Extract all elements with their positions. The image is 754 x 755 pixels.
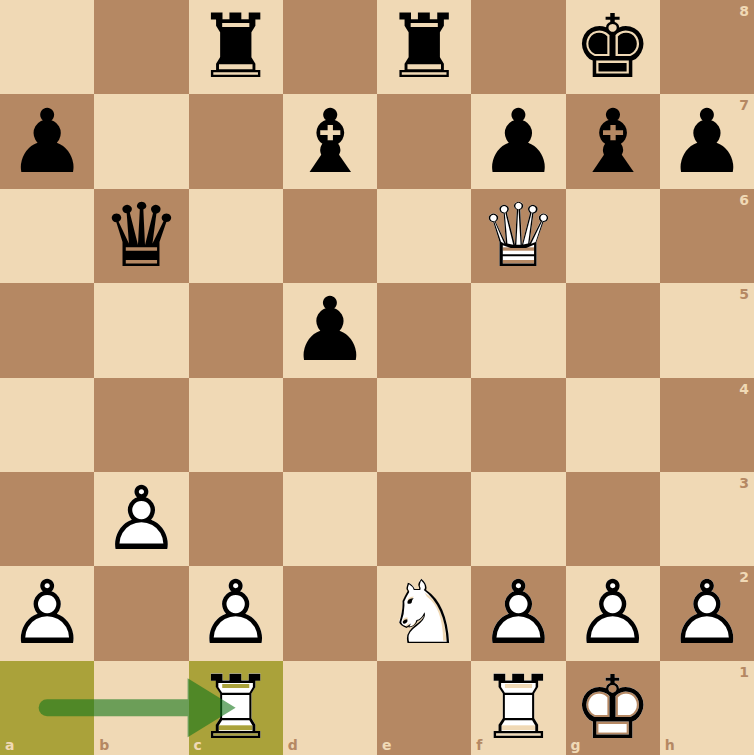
pawn-glyph-outline: ♙ xyxy=(479,569,558,657)
pawn-glyph-outline: ♙ xyxy=(8,569,87,657)
pawn-glyph-outline: ♙ xyxy=(102,475,181,563)
square-g3[interactable] xyxy=(566,472,660,566)
square-f8[interactable] xyxy=(471,0,565,94)
square-d5[interactable]: ♟ xyxy=(283,283,377,377)
piece-white-pawn-g2[interactable]: ♟♙ xyxy=(566,566,660,660)
square-e7[interactable] xyxy=(377,94,471,188)
rank-label-4: 4 xyxy=(739,382,749,396)
square-f4[interactable] xyxy=(471,378,565,472)
piece-white-knight-e2[interactable]: ♞♘ xyxy=(377,566,471,660)
piece-black-king-g8[interactable]: ♚ xyxy=(566,0,660,94)
square-h3[interactable]: 3 xyxy=(660,472,754,566)
piece-black-pawn-f7[interactable]: ♟ xyxy=(471,94,565,188)
file-label-a: a xyxy=(5,738,14,752)
square-a6[interactable] xyxy=(0,189,94,283)
piece-white-queen-f6[interactable]: ♛♕ xyxy=(471,189,565,283)
rank-label-8: 8 xyxy=(739,4,749,18)
square-f7[interactable]: ♟ xyxy=(471,94,565,188)
square-h8[interactable]: 8 xyxy=(660,0,754,94)
square-g1[interactable]: g♚♔ xyxy=(566,661,660,755)
square-g4[interactable] xyxy=(566,378,660,472)
file-label-d: d xyxy=(288,738,298,752)
file-label-g: g xyxy=(571,738,581,752)
rook-glyph-outline: ♖ xyxy=(196,664,275,752)
pawn-glyph-outline: ♙ xyxy=(196,569,275,657)
chess-app: ♜♜♚8♟♝♟♝7♟♛♛♕6♟54♟♙3♟♙♟♙♞♘♟♙♟♙2♟♙abc♜♖de… xyxy=(0,0,754,755)
file-label-e: e xyxy=(382,738,392,752)
square-c1[interactable]: c♜♖ xyxy=(189,661,283,755)
square-b2[interactable] xyxy=(94,566,188,660)
rank-label-6: 6 xyxy=(739,193,749,207)
square-e5[interactable] xyxy=(377,283,471,377)
square-f2[interactable]: ♟♙ xyxy=(471,566,565,660)
square-d1[interactable]: d xyxy=(283,661,377,755)
square-d2[interactable] xyxy=(283,566,377,660)
square-g7[interactable]: ♝ xyxy=(566,94,660,188)
square-e2[interactable]: ♞♘ xyxy=(377,566,471,660)
square-d7[interactable]: ♝ xyxy=(283,94,377,188)
square-a2[interactable]: ♟♙ xyxy=(0,566,94,660)
file-label-h: h xyxy=(665,738,675,752)
square-f3[interactable] xyxy=(471,472,565,566)
square-h2[interactable]: 2♟♙ xyxy=(660,566,754,660)
square-h7[interactable]: 7♟ xyxy=(660,94,754,188)
square-c4[interactable] xyxy=(189,378,283,472)
piece-black-queen-b6[interactable]: ♛ xyxy=(94,189,188,283)
queen-glyph-outline: ♕ xyxy=(479,192,558,280)
chess-board: ♜♜♚8♟♝♟♝7♟♛♛♕6♟54♟♙3♟♙♟♙♞♘♟♙♟♙2♟♙abc♜♖de… xyxy=(0,0,754,755)
pawn-glyph: ♟ xyxy=(8,98,87,186)
square-c5[interactable] xyxy=(189,283,283,377)
king-glyph: ♚ xyxy=(573,3,652,91)
piece-black-pawn-a7[interactable]: ♟ xyxy=(0,94,94,188)
square-f6[interactable]: ♛♕ xyxy=(471,189,565,283)
pawn-glyph-outline: ♙ xyxy=(573,569,652,657)
piece-white-pawn-a2[interactable]: ♟♙ xyxy=(0,566,94,660)
square-b5[interactable] xyxy=(94,283,188,377)
pawn-glyph: ♟ xyxy=(479,98,558,186)
square-h5[interactable]: 5 xyxy=(660,283,754,377)
piece-black-rook-c8[interactable]: ♜ xyxy=(189,0,283,94)
square-b8[interactable] xyxy=(94,0,188,94)
pawn-glyph: ♟ xyxy=(667,98,746,186)
square-b1[interactable]: b xyxy=(94,661,188,755)
square-a7[interactable]: ♟ xyxy=(0,94,94,188)
square-c2[interactable]: ♟♙ xyxy=(189,566,283,660)
pawn-glyph: ♟ xyxy=(290,286,369,374)
square-g6[interactable] xyxy=(566,189,660,283)
square-b3[interactable]: ♟♙ xyxy=(94,472,188,566)
piece-white-pawn-f2[interactable]: ♟♙ xyxy=(471,566,565,660)
square-d3[interactable] xyxy=(283,472,377,566)
piece-white-rook-f1[interactable]: ♜♖ xyxy=(471,661,565,755)
square-f5[interactable] xyxy=(471,283,565,377)
bishop-glyph: ♝ xyxy=(290,98,369,186)
square-c3[interactable] xyxy=(189,472,283,566)
pawn-glyph-outline: ♙ xyxy=(667,569,746,657)
square-d4[interactable] xyxy=(283,378,377,472)
file-label-f: f xyxy=(476,738,482,752)
rook-glyph: ♜ xyxy=(385,3,464,91)
piece-white-rook-c1[interactable]: ♜♖ xyxy=(189,661,283,755)
square-g2[interactable]: ♟♙ xyxy=(566,566,660,660)
square-d6[interactable] xyxy=(283,189,377,283)
square-b4[interactable] xyxy=(94,378,188,472)
rank-label-7: 7 xyxy=(739,98,749,112)
square-c7[interactable] xyxy=(189,94,283,188)
piece-black-rook-e8[interactable]: ♜ xyxy=(377,0,471,94)
square-a8[interactable] xyxy=(0,0,94,94)
rank-label-3: 3 xyxy=(739,476,749,490)
square-g8[interactable]: ♚ xyxy=(566,0,660,94)
piece-black-bishop-g7[interactable]: ♝ xyxy=(566,94,660,188)
square-a5[interactable] xyxy=(0,283,94,377)
square-f1[interactable]: f♜♖ xyxy=(471,661,565,755)
square-a4[interactable] xyxy=(0,378,94,472)
file-label-b: b xyxy=(99,738,109,752)
queen-glyph: ♛ xyxy=(102,192,181,280)
bishop-glyph: ♝ xyxy=(573,98,652,186)
square-e6[interactable] xyxy=(377,189,471,283)
square-c6[interactable] xyxy=(189,189,283,283)
rook-glyph-outline: ♖ xyxy=(479,664,558,752)
square-d8[interactable] xyxy=(283,0,377,94)
rook-glyph: ♜ xyxy=(196,3,275,91)
rank-label-2: 2 xyxy=(739,570,749,584)
square-a1[interactable]: a xyxy=(0,661,94,755)
square-e3[interactable] xyxy=(377,472,471,566)
piece-black-bishop-d7[interactable]: ♝ xyxy=(283,94,377,188)
square-e8[interactable]: ♜ xyxy=(377,0,471,94)
square-e1[interactable]: e xyxy=(377,661,471,755)
piece-white-pawn-b3[interactable]: ♟♙ xyxy=(94,472,188,566)
square-b7[interactable] xyxy=(94,94,188,188)
square-h6[interactable]: 6 xyxy=(660,189,754,283)
king-glyph-outline: ♔ xyxy=(573,664,652,752)
square-h1[interactable]: 1h xyxy=(660,661,754,755)
square-g5[interactable] xyxy=(566,283,660,377)
file-label-c: c xyxy=(194,738,202,752)
square-a3[interactable] xyxy=(0,472,94,566)
knight-glyph-outline: ♘ xyxy=(385,569,464,657)
piece-black-pawn-d5[interactable]: ♟ xyxy=(283,283,377,377)
rank-label-1: 1 xyxy=(739,665,749,679)
square-e4[interactable] xyxy=(377,378,471,472)
square-h4[interactable]: 4 xyxy=(660,378,754,472)
square-c8[interactable]: ♜ xyxy=(189,0,283,94)
rank-label-5: 5 xyxy=(739,287,749,301)
piece-white-pawn-c2[interactable]: ♟♙ xyxy=(189,566,283,660)
square-b6[interactable]: ♛ xyxy=(94,189,188,283)
